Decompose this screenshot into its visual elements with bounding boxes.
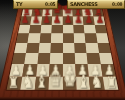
square-g1[interactable]: ♞ (89, 76, 104, 90)
square-d1[interactable]: ♛ (49, 76, 63, 90)
board-frame: ♜♞♝♛♚♝♞♜♟♟♟♟♟♟♟♟♟♟♟♟♟♟♟♟♜♞♝♛♚♝♞♜ (0, 6, 125, 98)
player-left-timer-bar: Ty 0:05 (13, 0, 58, 9)
square-e1[interactable]: ♚ (63, 76, 77, 90)
square-c6[interactable] (40, 25, 52, 34)
piece-red-pawn[interactable]: ♟ (64, 14, 72, 25)
square-h7[interactable]: ♟ (93, 17, 105, 25)
square-e5[interactable] (63, 33, 75, 42)
square-f1[interactable]: ♝ (76, 76, 91, 90)
piece-red-pawn[interactable]: ♟ (53, 14, 61, 25)
square-g7[interactable]: ♟ (83, 17, 94, 25)
player-right-clock: 0:00 (112, 2, 122, 7)
piece-ivory-king[interactable]: ♚ (63, 70, 77, 89)
square-d4[interactable] (50, 43, 62, 53)
square-b7[interactable]: ♟ (31, 17, 42, 25)
square-a4[interactable] (14, 43, 28, 53)
square-f4[interactable] (74, 43, 87, 53)
square-h6[interactable] (94, 25, 106, 34)
square-h4[interactable] (97, 43, 111, 53)
player-right-timer-bar: SANCHESS 0:00 (67, 0, 125, 9)
chess-board[interactable]: ♜♞♝♛♚♝♞♜♟♟♟♟♟♟♟♟♟♟♟♟♟♟♟♟♜♞♝♛♚♝♞♜ (7, 9, 119, 89)
piece-ivory-knight[interactable]: ♞ (91, 73, 103, 90)
player-left-clock: 0:05 (45, 2, 55, 7)
player-right-name: SANCHESS (70, 2, 98, 7)
player-left-name: Ty (16, 2, 22, 7)
square-d7[interactable]: ♟ (52, 17, 63, 25)
square-c7[interactable]: ♟ (41, 17, 52, 25)
square-e7[interactable]: ♟ (63, 17, 74, 25)
square-c1[interactable]: ♝ (35, 76, 50, 90)
square-f7[interactable]: ♟ (73, 17, 84, 25)
piece-red-pawn[interactable]: ♟ (43, 14, 51, 25)
piece-ivory-bishop[interactable]: ♝ (77, 72, 90, 90)
piece-red-pawn[interactable]: ♟ (74, 14, 82, 25)
board-front-edge (0, 97, 125, 100)
square-h1[interactable]: ♜ (102, 76, 118, 90)
board-scene: ♜♞♝♛♚♝♞♜♟♟♟♟♟♟♟♟♟♟♟♟♟♟♟♟♜♞♝♛♚♝♞♜ (0, 0, 125, 98)
square-h5[interactable] (96, 33, 109, 42)
square-e6[interactable] (63, 25, 74, 34)
square-c5[interactable] (39, 33, 51, 42)
square-c4[interactable] (38, 43, 51, 53)
piece-ivory-queen[interactable]: ♛ (49, 71, 63, 90)
piece-ivory-knight[interactable]: ♞ (21, 73, 33, 90)
piece-ivory-rook[interactable]: ♜ (106, 74, 117, 90)
square-d5[interactable] (51, 33, 63, 42)
piece-red-pawn[interactable]: ♟ (85, 14, 93, 25)
piece-red-pawn[interactable]: ♟ (96, 14, 104, 25)
square-d6[interactable] (51, 25, 62, 34)
chess-game-stage: Ty 0:05 SANCHESS 0:00 ♜♞♝♛♚♝♞♜♟♟♟♟♟♟♟♟♟♟… (0, 0, 125, 100)
piece-ivory-bishop[interactable]: ♝ (35, 72, 48, 90)
piece-ivory-rook[interactable]: ♜ (8, 74, 19, 90)
square-b1[interactable]: ♞ (21, 76, 36, 90)
piece-red-pawn[interactable]: ♟ (21, 14, 29, 25)
piece-red-pawn[interactable]: ♟ (32, 14, 40, 25)
square-e4[interactable] (63, 43, 75, 53)
square-b4[interactable] (26, 43, 39, 53)
